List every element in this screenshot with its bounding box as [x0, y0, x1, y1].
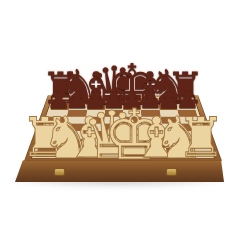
pieces-layer: ♜♞♝♛♚♝♞♜♟♟♟♟♟♟♟♟♟♟♟♟♟♟♟♟♜♞♝♛♚♝♞♜	[0, 0, 235, 235]
piece-white-rook-h1[interactable]: ♜	[177, 111, 226, 165]
product-photo: ♜♞♝♛♚♝♞♜♟♟♟♟♟♟♟♟♟♟♟♟♟♟♟♟♜♞♝♛♚♝♞♜	[0, 0, 235, 235]
